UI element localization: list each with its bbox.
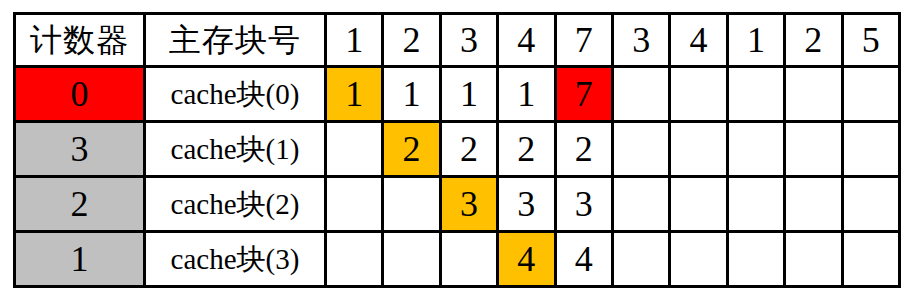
empty-cell [327, 178, 381, 230]
empty-cell [442, 233, 496, 285]
empty-cell [729, 233, 783, 285]
counter-cell: 0 [16, 68, 143, 120]
header-seq-cell: 3 [442, 15, 496, 65]
counter-cell: 2 [16, 178, 143, 230]
block-label-cell: cache块(0) [146, 68, 324, 120]
empty-cell [786, 123, 840, 175]
empty-cell [384, 178, 438, 230]
counter-cell: 1 [16, 233, 143, 285]
empty-cell [671, 178, 725, 230]
value-cell: 3 [499, 178, 553, 230]
value-cell: 2 [442, 123, 496, 175]
value-cell: 3 [557, 178, 611, 230]
block-label-cell: cache块(1) [146, 123, 324, 175]
value-cell: 2 [499, 123, 553, 175]
block-label-cell: cache块(2) [146, 178, 324, 230]
empty-cell [729, 68, 783, 120]
empty-cell [327, 233, 381, 285]
empty-cell [327, 123, 381, 175]
empty-cell [614, 233, 668, 285]
value-cell-hit: 1 [327, 68, 381, 120]
header-seq-cell: 1 [327, 15, 381, 65]
header-seq-cell: 4 [499, 15, 553, 65]
value-cell: 1 [384, 68, 438, 120]
header-block: 主存块号 [146, 15, 324, 65]
empty-cell [786, 233, 840, 285]
empty-cell [844, 68, 898, 120]
empty-cell [614, 178, 668, 230]
value-cell-hit: 3 [442, 178, 496, 230]
cache-lru-diagram: 计数器 主存块号 1 2 3 4 7 3 4 1 2 5 0 cache块(0)… [0, 0, 914, 292]
empty-cell [729, 178, 783, 230]
counter-cell: 3 [16, 123, 143, 175]
empty-cell [786, 68, 840, 120]
value-cell-replaced: 7 [557, 68, 611, 120]
empty-cell [729, 123, 783, 175]
value-cell-hit: 2 [384, 123, 438, 175]
value-cell-hit: 4 [499, 233, 553, 285]
empty-cell [844, 178, 898, 230]
header-seq-cell: 1 [729, 15, 783, 65]
value-cell: 2 [557, 123, 611, 175]
header-counter: 计数器 [16, 15, 143, 65]
empty-cell [614, 123, 668, 175]
header-seq-cell: 3 [614, 15, 668, 65]
block-label-cell: cache块(3) [146, 233, 324, 285]
empty-cell [671, 123, 725, 175]
value-cell: 4 [557, 233, 611, 285]
header-seq-cell: 7 [557, 15, 611, 65]
empty-cell [614, 68, 668, 120]
value-cell: 1 [499, 68, 553, 120]
value-cell: 1 [442, 68, 496, 120]
empty-cell [844, 123, 898, 175]
header-seq-cell: 2 [384, 15, 438, 65]
cache-table-grid: 计数器 主存块号 1 2 3 4 7 3 4 1 2 5 0 cache块(0)… [13, 12, 901, 288]
empty-cell [384, 233, 438, 285]
empty-cell [671, 233, 725, 285]
header-seq-cell: 5 [844, 15, 898, 65]
empty-cell [786, 178, 840, 230]
header-seq-cell: 2 [786, 15, 840, 65]
empty-cell [671, 68, 725, 120]
empty-cell [844, 233, 898, 285]
header-seq-cell: 4 [671, 15, 725, 65]
